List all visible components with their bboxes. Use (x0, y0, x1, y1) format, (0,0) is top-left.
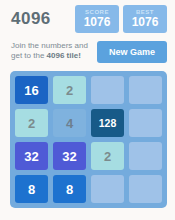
tile-2: 2 (91, 142, 124, 170)
score-panel: SCORE 1076 BEST 1076 (75, 5, 167, 33)
score-value: 1076 (84, 16, 111, 29)
empty-cell (129, 142, 162, 170)
tile-16: 16 (15, 76, 48, 104)
intro-goal-text: 4096 tile! (47, 51, 81, 60)
tile-32: 32 (53, 142, 86, 170)
tile-8: 8 (53, 175, 86, 203)
tile-4: 4 (53, 109, 86, 137)
board: 162241283232288 (10, 71, 167, 208)
empty-cell (129, 175, 162, 203)
tile-8: 8 (15, 175, 48, 203)
tile-32: 32 (15, 142, 48, 170)
intro-text: Join the numbers and get to the 4096 til… (11, 41, 88, 61)
intro-line1: Join the numbers and (11, 41, 88, 50)
page-title: 4096 (11, 9, 51, 29)
tile-128: 128 (91, 109, 124, 137)
empty-cell (91, 76, 124, 104)
best-box: BEST 1076 (123, 5, 167, 33)
intro-line2-prefix: get to the (11, 51, 47, 60)
empty-cell (129, 76, 162, 104)
empty-cell (129, 109, 162, 137)
tile-2: 2 (53, 76, 86, 104)
new-game-button[interactable]: New Game (97, 41, 167, 63)
tile-2: 2 (15, 109, 48, 137)
empty-cell (91, 175, 124, 203)
best-value: 1076 (132, 16, 159, 29)
score-box: SCORE 1076 (75, 5, 119, 33)
